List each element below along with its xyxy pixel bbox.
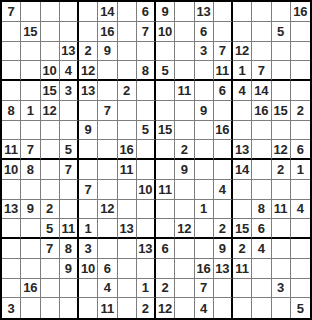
empty-cell-r10c4[interactable] (60, 180, 79, 200)
empty-cell-r14c8[interactable] (137, 259, 156, 279)
empty-cell-r9c5[interactable] (79, 160, 98, 180)
given-cell-r8c10: 2 (175, 140, 194, 160)
empty-cell-r5c11[interactable] (195, 81, 214, 101)
given-cell-r15c15: 3 (272, 279, 291, 299)
empty-cell-r11c4[interactable] (60, 200, 79, 220)
given-cell-r8c13: 13 (233, 140, 252, 160)
given-cell-r7c9: 15 (156, 121, 175, 141)
given-cell-r8c15: 12 (272, 140, 291, 160)
empty-cell-r6c9[interactable] (156, 101, 175, 121)
given-cell-r4c12: 11 (214, 61, 233, 81)
given-cell-r13c4: 8 (60, 239, 79, 259)
given-cell-r3c12: 7 (214, 42, 233, 62)
empty-cell-r15c10[interactable] (175, 279, 194, 299)
empty-cell-r8c14[interactable] (252, 140, 271, 160)
given-cell-r9c7: 11 (118, 160, 137, 180)
empty-cell-r6c7[interactable] (118, 101, 137, 121)
given-cell-r3c4: 13 (60, 42, 79, 62)
empty-cell-r7c11[interactable] (195, 121, 214, 141)
empty-cell-r15c12[interactable] (214, 279, 233, 299)
empty-cell-r12c2[interactable] (21, 219, 40, 239)
empty-cell-r8c11[interactable] (195, 140, 214, 160)
empty-cell-r13c2[interactable] (21, 239, 40, 259)
empty-cell-r9c3[interactable] (41, 160, 60, 180)
given-cell-r15c11: 7 (195, 279, 214, 299)
empty-cell-r12c9[interactable] (156, 219, 175, 239)
given-cell-r12c7: 13 (118, 219, 137, 239)
given-cell-r14c12: 13 (214, 259, 233, 279)
empty-cell-r7c13[interactable] (233, 121, 252, 141)
given-cell-r11c11: 1 (195, 200, 214, 220)
given-cell-r12c5: 1 (79, 219, 98, 239)
given-cell-r11c14: 8 (252, 200, 271, 220)
given-cell-r16c16: 5 (291, 298, 310, 318)
empty-cell-r10c7[interactable] (118, 180, 137, 200)
empty-cell-r14c3[interactable] (41, 259, 60, 279)
given-cell-r14c5: 10 (79, 259, 98, 279)
empty-cell-r3c3[interactable] (41, 42, 60, 62)
empty-cell-r1c10[interactable] (175, 2, 194, 22)
given-cell-r13c12: 9 (214, 239, 233, 259)
empty-cell-r8c12[interactable] (214, 140, 233, 160)
empty-cell-r6c13[interactable] (233, 101, 252, 121)
given-cell-r2c9: 10 (156, 22, 175, 42)
given-cell-r8c4: 5 (60, 140, 79, 160)
given-cell-r14c6: 6 (98, 259, 117, 279)
given-cell-r12c14: 6 (252, 219, 271, 239)
empty-cell-r10c13[interactable] (233, 180, 252, 200)
empty-cell-r10c3[interactable] (41, 180, 60, 200)
empty-cell-r1c2[interactable] (21, 2, 40, 22)
given-cell-r13c14: 4 (252, 239, 271, 259)
empty-cell-r14c7[interactable] (118, 259, 137, 279)
empty-cell-r13c7[interactable] (118, 239, 137, 259)
empty-cell-r5c16[interactable] (291, 81, 310, 101)
empty-cell-r8c6[interactable] (98, 140, 117, 160)
empty-cell-r10c16[interactable] (291, 180, 310, 200)
empty-cell-r1c14[interactable] (252, 2, 271, 22)
empty-cell-r1c12[interactable] (214, 2, 233, 22)
empty-cell-r12c1[interactable] (2, 219, 21, 239)
given-cell-r13c5: 3 (79, 239, 98, 259)
given-cell-r5c12: 6 (214, 81, 233, 101)
empty-cell-r2c12[interactable] (214, 22, 233, 42)
empty-cell-r14c2[interactable] (21, 259, 40, 279)
empty-cell-r2c5[interactable] (79, 22, 98, 42)
empty-cell-r12c11[interactable] (195, 219, 214, 239)
empty-cell-r2c7[interactable] (118, 22, 137, 42)
empty-cell-r5c6[interactable] (98, 81, 117, 101)
empty-cell-r2c1[interactable] (2, 22, 21, 42)
given-cell-r4c14: 7 (252, 61, 271, 81)
empty-cell-r11c5[interactable] (79, 200, 98, 220)
given-cell-r3c6: 9 (98, 42, 117, 62)
given-cell-r7c12: 16 (214, 121, 233, 141)
given-cell-r3c11: 3 (195, 42, 214, 62)
empty-cell-r7c2[interactable] (21, 121, 40, 141)
empty-cell-r1c5[interactable] (79, 2, 98, 22)
empty-cell-r15c4[interactable] (60, 279, 79, 299)
empty-cell-r3c9[interactable] (156, 42, 175, 62)
empty-cell-r8c5[interactable] (79, 140, 98, 160)
empty-cell-r9c8[interactable] (137, 160, 156, 180)
empty-cell-r7c14[interactable] (252, 121, 271, 141)
empty-cell-r2c14[interactable] (252, 22, 271, 42)
empty-cell-r11c10[interactable] (175, 200, 194, 220)
empty-cell-r1c13[interactable] (233, 2, 252, 22)
given-cell-r12c4: 11 (60, 219, 79, 239)
given-cell-r15c6: 4 (98, 279, 117, 299)
given-cell-r10c12: 4 (214, 180, 233, 200)
given-cell-r4c5: 12 (79, 61, 98, 81)
given-cell-r4c3: 10 (41, 61, 60, 81)
empty-cell-r5c9[interactable] (156, 81, 175, 101)
empty-cell-r7c10[interactable] (175, 121, 194, 141)
given-cell-r15c2: 16 (21, 279, 40, 299)
given-cell-r2c8: 7 (137, 22, 156, 42)
empty-cell-r5c8[interactable] (137, 81, 156, 101)
given-cell-r8c7: 16 (118, 140, 137, 160)
given-cell-r16c9: 12 (156, 298, 175, 318)
empty-cell-r2c13[interactable] (233, 22, 252, 42)
empty-cell-r15c14[interactable] (252, 279, 271, 299)
empty-cell-r14c1[interactable] (2, 259, 21, 279)
empty-cell-r6c5[interactable] (79, 101, 98, 121)
given-cell-r15c8: 1 (137, 279, 156, 299)
empty-cell-r10c10[interactable] (175, 180, 194, 200)
given-cell-r12c12: 2 (214, 219, 233, 239)
empty-cell-r7c7[interactable] (118, 121, 137, 141)
given-cell-r6c16: 2 (291, 101, 310, 121)
given-cell-r9c10: 9 (175, 160, 194, 180)
empty-cell-r3c15[interactable] (272, 42, 291, 62)
empty-cell-r15c5[interactable] (79, 279, 98, 299)
empty-cell-r13c6[interactable] (98, 239, 117, 259)
given-cell-r11c1: 13 (2, 200, 21, 220)
given-cell-r4c8: 8 (137, 61, 156, 81)
empty-cell-r4c7[interactable] (118, 61, 137, 81)
empty-cell-r16c12[interactable] (214, 298, 233, 318)
empty-cell-r9c11[interactable] (195, 160, 214, 180)
empty-cell-r4c10[interactable] (175, 61, 194, 81)
empty-cell-r5c2[interactable] (21, 81, 40, 101)
given-cell-r1c9: 9 (156, 2, 175, 22)
empty-cell-r12c8[interactable] (137, 219, 156, 239)
given-cell-r11c15: 11 (272, 200, 291, 220)
empty-cell-r3c8[interactable] (137, 42, 156, 62)
given-cell-r9c4: 7 (60, 160, 79, 180)
given-cell-r13c13: 2 (233, 239, 252, 259)
empty-cell-r15c3[interactable] (41, 279, 60, 299)
given-cell-r12c3: 5 (41, 219, 60, 239)
empty-cell-r16c15[interactable] (272, 298, 291, 318)
empty-cell-r16c10[interactable] (175, 298, 194, 318)
empty-cell-r6c8[interactable] (137, 101, 156, 121)
empty-cell-r12c16[interactable] (291, 219, 310, 239)
empty-cell-r6c4[interactable] (60, 101, 79, 121)
empty-cell-r2c4[interactable] (60, 22, 79, 42)
given-cell-r16c11: 4 (195, 298, 214, 318)
empty-cell-r7c3[interactable] (41, 121, 60, 141)
empty-cell-r7c15[interactable] (272, 121, 291, 141)
given-cell-r13c8: 13 (137, 239, 156, 259)
given-cell-r1c1: 7 (2, 2, 21, 22)
empty-cell-r13c1[interactable] (2, 239, 21, 259)
empty-cell-r5c15[interactable] (272, 81, 291, 101)
empty-cell-r4c6[interactable] (98, 61, 117, 81)
given-cell-r5c10: 11 (175, 81, 194, 101)
given-cell-r16c6: 11 (98, 298, 117, 318)
empty-cell-r10c6[interactable] (98, 180, 117, 200)
empty-cell-r3c10[interactable] (175, 42, 194, 62)
empty-cell-r15c13[interactable] (233, 279, 252, 299)
empty-cell-r14c16[interactable] (291, 259, 310, 279)
empty-cell-r3c7[interactable] (118, 42, 137, 62)
given-cell-r5c13: 4 (233, 81, 252, 101)
empty-cell-r1c15[interactable] (272, 2, 291, 22)
given-cell-r2c15: 5 (272, 22, 291, 42)
given-cell-r8c16: 6 (291, 140, 310, 160)
given-cell-r16c8: 2 (137, 298, 156, 318)
empty-cell-r1c4[interactable] (60, 2, 79, 22)
given-cell-r2c6: 16 (98, 22, 117, 42)
given-cell-r9c1: 10 (2, 160, 21, 180)
empty-cell-r11c9[interactable] (156, 200, 175, 220)
given-cell-r14c4: 9 (60, 259, 79, 279)
given-cell-r14c11: 16 (195, 259, 214, 279)
empty-cell-r14c9[interactable] (156, 259, 175, 279)
given-cell-r11c6: 12 (98, 200, 117, 220)
given-cell-r12c10: 12 (175, 219, 194, 239)
empty-cell-r13c16[interactable] (291, 239, 310, 259)
empty-cell-r13c11[interactable] (195, 239, 214, 259)
given-cell-r4c9: 5 (156, 61, 175, 81)
sudoku-grid: 7146913161516710651329371210412851117153… (0, 0, 312, 320)
given-cell-r13c3: 7 (41, 239, 60, 259)
empty-cell-r8c3[interactable] (41, 140, 60, 160)
empty-cell-r4c1[interactable] (2, 61, 21, 81)
empty-cell-r7c4[interactable] (60, 121, 79, 141)
empty-cell-r6c10[interactable] (175, 101, 194, 121)
given-cell-r6c2: 1 (21, 101, 40, 121)
empty-cell-r4c15[interactable] (272, 61, 291, 81)
empty-cell-r15c1[interactable] (2, 279, 21, 299)
empty-cell-r10c1[interactable] (2, 180, 21, 200)
given-cell-r15c9: 2 (156, 279, 175, 299)
empty-cell-r13c10[interactable] (175, 239, 194, 259)
given-cell-r6c14: 16 (252, 101, 271, 121)
empty-cell-r8c8[interactable] (137, 140, 156, 160)
empty-cell-r11c12[interactable] (214, 200, 233, 220)
given-cell-r5c3: 15 (41, 81, 60, 101)
empty-cell-r3c1[interactable] (2, 42, 21, 62)
given-cell-r10c5: 7 (79, 180, 98, 200)
empty-cell-r16c2[interactable] (21, 298, 40, 318)
given-cell-r14c13: 11 (233, 259, 252, 279)
given-cell-r11c2: 9 (21, 200, 40, 220)
empty-cell-r2c10[interactable] (175, 22, 194, 42)
empty-cell-r14c10[interactable] (175, 259, 194, 279)
empty-cell-r10c11[interactable] (195, 180, 214, 200)
empty-cell-r12c15[interactable] (272, 219, 291, 239)
empty-cell-r10c2[interactable] (21, 180, 40, 200)
given-cell-r9c2: 8 (21, 160, 40, 180)
empty-cell-r3c16[interactable] (291, 42, 310, 62)
given-cell-r7c5: 9 (79, 121, 98, 141)
empty-cell-r13c15[interactable] (272, 239, 291, 259)
given-cell-r2c11: 6 (195, 22, 214, 42)
given-cell-r6c11: 9 (195, 101, 214, 121)
given-cell-r1c11: 13 (195, 2, 214, 22)
given-cell-r1c6: 14 (98, 2, 117, 22)
empty-cell-r3c14[interactable] (252, 42, 271, 62)
empty-cell-r16c13[interactable] (233, 298, 252, 318)
empty-cell-r16c5[interactable] (79, 298, 98, 318)
given-cell-r3c13: 12 (233, 42, 252, 62)
given-cell-r6c3: 12 (41, 101, 60, 121)
empty-cell-r2c3[interactable] (41, 22, 60, 42)
empty-cell-r11c13[interactable] (233, 200, 252, 220)
given-cell-r1c16: 16 (291, 2, 310, 22)
given-cell-r16c1: 3 (2, 298, 21, 318)
empty-cell-r1c3[interactable] (41, 2, 60, 22)
given-cell-r7c8: 5 (137, 121, 156, 141)
empty-cell-r16c7[interactable] (118, 298, 137, 318)
given-cell-r5c14: 14 (252, 81, 271, 101)
empty-cell-r15c16[interactable] (291, 279, 310, 299)
given-cell-r9c13: 14 (233, 160, 252, 180)
given-cell-r5c5: 13 (79, 81, 98, 101)
empty-cell-r12c6[interactable] (98, 219, 117, 239)
given-cell-r11c3: 2 (41, 200, 60, 220)
empty-cell-r16c14[interactable] (252, 298, 271, 318)
given-cell-r12c13: 15 (233, 219, 252, 239)
empty-cell-r4c2[interactable] (21, 61, 40, 81)
empty-cell-r11c8[interactable] (137, 200, 156, 220)
empty-cell-r14c15[interactable] (272, 259, 291, 279)
empty-cell-r10c15[interactable] (272, 180, 291, 200)
empty-cell-r5c1[interactable] (2, 81, 21, 101)
empty-cell-r7c6[interactable] (98, 121, 117, 141)
given-cell-r9c15: 2 (272, 160, 291, 180)
empty-cell-r9c14[interactable] (252, 160, 271, 180)
empty-cell-r4c11[interactable] (195, 61, 214, 81)
empty-cell-r10c14[interactable] (252, 180, 271, 200)
empty-cell-r9c9[interactable] (156, 160, 175, 180)
given-cell-r5c4: 3 (60, 81, 79, 101)
empty-cell-r16c4[interactable] (60, 298, 79, 318)
given-cell-r13c9: 6 (156, 239, 175, 259)
empty-cell-r11c7[interactable] (118, 200, 137, 220)
empty-cell-r3c2[interactable] (21, 42, 40, 62)
empty-cell-r9c12[interactable] (214, 160, 233, 180)
given-cell-r10c8: 10 (137, 180, 156, 200)
given-cell-r4c4: 4 (60, 61, 79, 81)
given-cell-r6c6: 7 (98, 101, 117, 121)
given-cell-r3c5: 2 (79, 42, 98, 62)
empty-cell-r2c16[interactable] (291, 22, 310, 42)
empty-cell-r7c1[interactable] (2, 121, 21, 141)
given-cell-r6c1: 8 (2, 101, 21, 121)
empty-cell-r7c16[interactable] (291, 121, 310, 141)
empty-cell-r14c14[interactable] (252, 259, 271, 279)
empty-cell-r4c16[interactable] (291, 61, 310, 81)
empty-cell-r8c9[interactable] (156, 140, 175, 160)
given-cell-r4c13: 1 (233, 61, 252, 81)
empty-cell-r9c6[interactable] (98, 160, 117, 180)
given-cell-r8c2: 7 (21, 140, 40, 160)
given-cell-r11c16: 4 (291, 200, 310, 220)
given-cell-r8c1: 11 (2, 140, 21, 160)
empty-cell-r16c3[interactable] (41, 298, 60, 318)
given-cell-r5c7: 2 (118, 81, 137, 101)
given-cell-r1c8: 6 (137, 2, 156, 22)
given-cell-r2c2: 15 (21, 22, 40, 42)
empty-cell-r6c12[interactable] (214, 101, 233, 121)
empty-cell-r1c7[interactable] (118, 2, 137, 22)
given-cell-r10c9: 11 (156, 180, 175, 200)
empty-cell-r15c7[interactable] (118, 279, 137, 299)
given-cell-r6c15: 15 (272, 101, 291, 121)
given-cell-r9c16: 1 (291, 160, 310, 180)
